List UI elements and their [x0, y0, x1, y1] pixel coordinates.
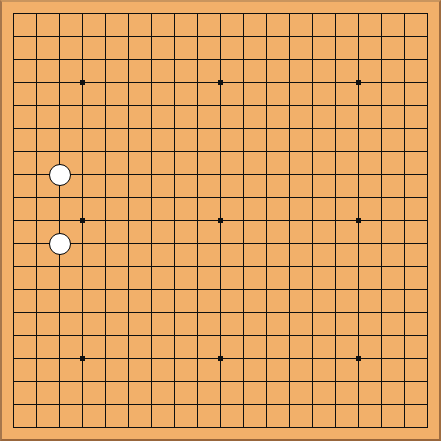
grid-line-vertical [243, 13, 244, 428]
white-stone [49, 164, 71, 186]
grid-line-horizontal [13, 266, 428, 267]
star-point [80, 356, 85, 361]
grid-line-vertical [289, 13, 290, 428]
star-point [356, 80, 361, 85]
star-point [80, 218, 85, 223]
star-point [356, 356, 361, 361]
grid-line-horizontal [13, 289, 428, 290]
star-point [218, 218, 223, 223]
grid-line-vertical [381, 13, 382, 428]
grid-line-horizontal [13, 335, 428, 336]
grid-line-horizontal [13, 404, 428, 405]
star-point [356, 218, 361, 223]
grid-line-vertical [312, 13, 313, 428]
grid-line-vertical [335, 13, 336, 428]
white-stone [49, 233, 71, 255]
grid-line-horizontal [13, 243, 428, 244]
star-point [218, 80, 223, 85]
grid-line-vertical [404, 13, 405, 428]
grid-line-horizontal [13, 427, 428, 428]
grid-line-horizontal [13, 381, 428, 382]
grid-line-horizontal [13, 312, 428, 313]
grid-line-vertical [427, 13, 428, 428]
go-board [0, 0, 441, 441]
board-grid[interactable] [13, 13, 428, 428]
star-point [218, 356, 223, 361]
grid-line-vertical [266, 13, 267, 428]
star-point [80, 80, 85, 85]
